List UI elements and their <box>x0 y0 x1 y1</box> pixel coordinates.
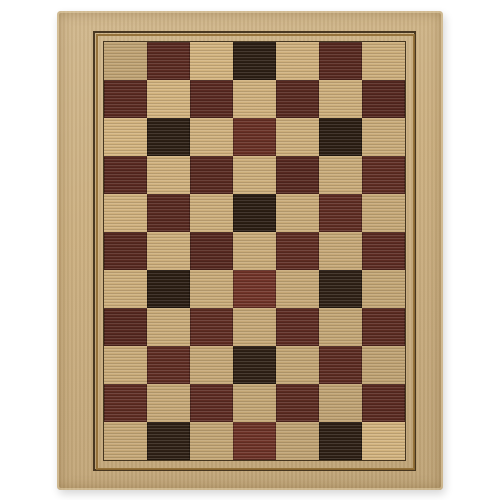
board-cell <box>319 270 362 308</box>
board-cell <box>190 422 233 460</box>
board-cell <box>362 80 405 118</box>
board-cell <box>362 270 405 308</box>
board-cell <box>276 80 319 118</box>
board-cell <box>276 384 319 422</box>
board-cell <box>147 42 190 80</box>
board-cell <box>104 80 147 118</box>
board-cell <box>104 346 147 384</box>
board-cell <box>276 270 319 308</box>
board-cell <box>362 156 405 194</box>
board-cell <box>319 118 362 156</box>
board-cell <box>319 422 362 460</box>
board-cell <box>147 346 190 384</box>
board-cell <box>276 156 319 194</box>
board-cell <box>147 422 190 460</box>
board-cell <box>190 232 233 270</box>
board-cell <box>190 42 233 80</box>
board-cell <box>319 156 362 194</box>
board-cell <box>104 270 147 308</box>
board-cell <box>104 118 147 156</box>
board-cell <box>319 42 362 80</box>
board-cell <box>276 422 319 460</box>
board-cell <box>104 422 147 460</box>
rug <box>57 11 443 490</box>
board-cell <box>147 270 190 308</box>
board-cell <box>104 384 147 422</box>
board-cell <box>362 346 405 384</box>
board-cell <box>276 346 319 384</box>
board-cell <box>362 308 405 346</box>
board-cell <box>104 42 147 80</box>
board-cell <box>362 232 405 270</box>
board-cell <box>276 118 319 156</box>
board-cell <box>147 156 190 194</box>
board-cell <box>233 80 276 118</box>
board-cell <box>147 118 190 156</box>
board-cell <box>104 232 147 270</box>
board-cell <box>233 232 276 270</box>
checkerboard-field <box>104 42 405 460</box>
board-cell <box>276 194 319 232</box>
board-cell <box>233 308 276 346</box>
board-cell <box>104 308 147 346</box>
board-cell <box>319 194 362 232</box>
board-cell <box>190 156 233 194</box>
board-cell <box>319 346 362 384</box>
board-cell <box>233 118 276 156</box>
board-cell <box>233 270 276 308</box>
board-cell <box>362 384 405 422</box>
board-cell <box>319 308 362 346</box>
board-cell <box>190 118 233 156</box>
board-cell <box>233 346 276 384</box>
product-photo <box>0 0 500 500</box>
board-cell <box>319 384 362 422</box>
board-cell <box>233 194 276 232</box>
board-cell <box>190 346 233 384</box>
board-cell <box>190 194 233 232</box>
board-cell <box>233 422 276 460</box>
board-cell <box>147 308 190 346</box>
board-cell <box>276 42 319 80</box>
board-cell <box>362 42 405 80</box>
board-cell <box>319 80 362 118</box>
board-cell <box>233 384 276 422</box>
board-cell <box>190 270 233 308</box>
board-cell <box>147 194 190 232</box>
board-cell <box>147 384 190 422</box>
board-cell <box>190 384 233 422</box>
board-cell <box>147 80 190 118</box>
board-cell <box>362 194 405 232</box>
board-cell <box>190 308 233 346</box>
board-cell <box>362 118 405 156</box>
board-cell <box>276 308 319 346</box>
board-cell <box>276 232 319 270</box>
board-cell <box>190 80 233 118</box>
board-cell <box>362 422 405 460</box>
board-cell <box>147 232 190 270</box>
board-cell <box>233 42 276 80</box>
board-cell <box>319 232 362 270</box>
board-cell <box>104 194 147 232</box>
board-cell <box>233 156 276 194</box>
board-cell <box>104 156 147 194</box>
